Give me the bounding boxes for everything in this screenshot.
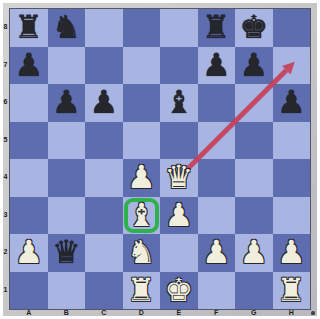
square-b1[interactable] [48,272,86,310]
chess-board[interactable]: ♜♞♜♚♟♟♟♟♟♝♟♟♛♝♟♟♛♞♟♟♟♜♚♜ [9,8,311,310]
piece-white-knight[interactable]: ♞ [123,234,161,272]
rank-label-5: 5 [2,121,9,159]
square-a8[interactable]: ♜ [10,9,48,47]
square-c7[interactable] [85,47,123,85]
square-d6[interactable] [123,84,161,122]
piece-white-pawn[interactable]: ♟ [235,234,273,272]
square-f1[interactable] [198,272,236,310]
piece-black-rook[interactable]: ♜ [198,9,236,47]
rank-label-2: 2 [2,233,9,271]
piece-white-pawn[interactable]: ♟ [198,234,236,272]
square-g8[interactable]: ♚ [235,9,273,47]
square-a2[interactable]: ♟ [10,234,48,272]
square-d8[interactable] [123,9,161,47]
square-h2[interactable]: ♟ [273,234,311,272]
square-d5[interactable] [123,122,161,160]
piece-black-pawn[interactable]: ♟ [85,84,123,122]
square-b7[interactable] [48,47,86,85]
square-a3[interactable] [10,197,48,235]
square-g7[interactable]: ♟ [235,47,273,85]
square-h4[interactable] [273,159,311,197]
square-g6[interactable] [235,84,273,122]
piece-black-queen[interactable]: ♛ [48,234,86,272]
square-g2[interactable]: ♟ [235,234,273,272]
square-e3[interactable]: ♟ [160,197,198,235]
square-a1[interactable] [10,272,48,310]
square-d4[interactable]: ♟ [123,159,161,197]
square-e8[interactable] [160,9,198,47]
square-f3[interactable] [198,197,236,235]
square-e7[interactable] [160,47,198,85]
square-g5[interactable] [235,122,273,160]
piece-white-king[interactable]: ♚ [160,272,198,310]
square-h6[interactable]: ♟ [273,84,311,122]
square-g3[interactable] [235,197,273,235]
rank-label-4: 4 [2,158,9,196]
piece-black-pawn[interactable]: ♟ [198,47,236,85]
square-g4[interactable] [235,159,273,197]
rank-label-8: 8 [2,8,9,46]
square-h3[interactable] [273,197,311,235]
piece-black-pawn[interactable]: ♟ [273,84,311,122]
square-g1[interactable] [235,272,273,310]
piece-black-bishop[interactable]: ♝ [160,84,198,122]
piece-black-knight[interactable]: ♞ [48,9,86,47]
square-e5[interactable] [160,122,198,160]
rank-label-1: 1 [2,271,9,309]
square-c5[interactable] [85,122,123,160]
square-b4[interactable] [48,159,86,197]
square-d7[interactable] [123,47,161,85]
square-b8[interactable]: ♞ [48,9,86,47]
rank-label-3: 3 [2,196,9,234]
square-b6[interactable]: ♟ [48,84,86,122]
piece-white-pawn[interactable]: ♟ [160,197,198,235]
square-f5[interactable] [198,122,236,160]
piece-black-king[interactable]: ♚ [235,9,273,47]
square-h7[interactable] [273,47,311,85]
square-c4[interactable] [85,159,123,197]
square-e1[interactable]: ♚ [160,272,198,310]
square-h5[interactable] [273,122,311,160]
piece-black-pawn[interactable]: ♟ [10,47,48,85]
square-c6[interactable]: ♟ [85,84,123,122]
square-a5[interactable] [10,122,48,160]
square-b2[interactable]: ♛ [48,234,86,272]
rank-labels: 87654321 [2,8,9,308]
square-a4[interactable] [10,159,48,197]
piece-white-bishop[interactable]: ♝ [123,197,161,235]
square-f7[interactable]: ♟ [198,47,236,85]
piece-white-queen[interactable]: ♛ [160,159,198,197]
piece-black-pawn[interactable]: ♟ [48,84,86,122]
square-h1[interactable]: ♜ [273,272,311,310]
piece-white-pawn[interactable]: ♟ [123,159,161,197]
rank-label-6: 6 [2,83,9,121]
square-c8[interactable] [85,9,123,47]
chess-diagram: 87654321 ABCDEFGH ♜♞♜♚♟♟♟♟♟♝♟♟♛♝♟♟♛♞♟♟♟♜… [0,0,320,319]
piece-white-rook[interactable]: ♜ [123,272,161,310]
square-a6[interactable] [10,84,48,122]
square-e6[interactable]: ♝ [160,84,198,122]
square-f4[interactable] [198,159,236,197]
square-b3[interactable] [48,197,86,235]
piece-black-rook[interactable]: ♜ [10,9,48,47]
piece-white-pawn[interactable]: ♟ [10,234,48,272]
square-f8[interactable]: ♜ [198,9,236,47]
corner-logo-dot [311,311,315,315]
square-d3[interactable]: ♝ [123,197,161,235]
square-e4[interactable]: ♛ [160,159,198,197]
piece-white-rook[interactable]: ♜ [273,272,311,310]
square-d2[interactable]: ♞ [123,234,161,272]
square-d1[interactable]: ♜ [123,272,161,310]
square-f6[interactable] [198,84,236,122]
square-b5[interactable] [48,122,86,160]
square-c2[interactable] [85,234,123,272]
square-c3[interactable] [85,197,123,235]
square-f2[interactable]: ♟ [198,234,236,272]
piece-white-pawn[interactable]: ♟ [273,234,311,272]
piece-black-pawn[interactable]: ♟ [235,47,273,85]
rank-label-7: 7 [2,46,9,84]
square-e2[interactable] [160,234,198,272]
square-c1[interactable] [85,272,123,310]
square-a7[interactable]: ♟ [10,47,48,85]
square-h8[interactable] [273,9,311,47]
